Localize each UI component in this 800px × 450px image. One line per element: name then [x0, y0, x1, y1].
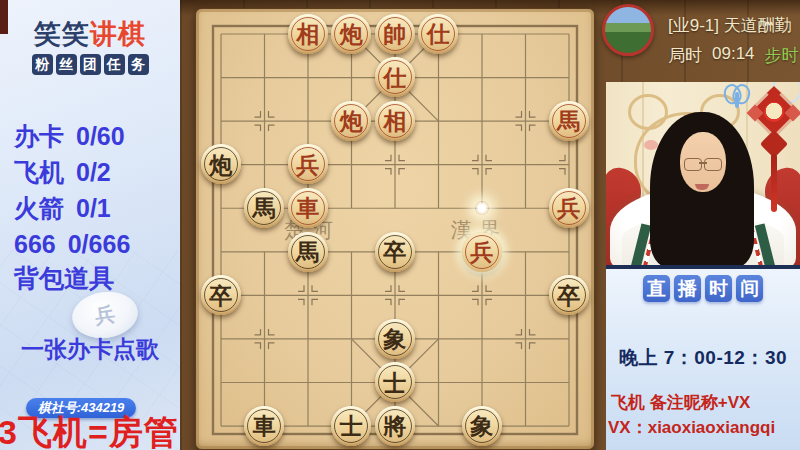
piece-red-車[interactable]: 車	[288, 188, 328, 228]
counter-label: 飞机	[14, 156, 64, 189]
piece-black-士[interactable]: 士	[331, 406, 371, 446]
opponent-name: [业9-1] 天道酬勤	[668, 14, 792, 37]
live-time-badge-char: 时	[705, 275, 732, 302]
backpack-items-label: 背包道具	[14, 262, 114, 295]
piece-red-兵[interactable]: 兵	[549, 188, 589, 228]
moderator-promo-line: 3飞机=房管	[0, 410, 180, 450]
fan-badge-char: 粉	[32, 54, 53, 75]
fan-badge-char: 任	[104, 54, 125, 75]
song-request-line: 一张办卡点歌	[0, 334, 180, 365]
gift-counter-row: 火箭0/1	[14, 190, 130, 226]
counter-value: 0/2	[76, 158, 111, 187]
piece-red-仕[interactable]: 仕	[418, 14, 458, 54]
piece-black-象[interactable]: 象	[462, 406, 502, 446]
live-time-badge-char: 直	[643, 275, 670, 302]
gift-counter-row: 办卡0/60	[14, 118, 130, 154]
opponent-avatar[interactable]	[602, 4, 654, 56]
piece-red-兵[interactable]: 兵	[288, 144, 328, 184]
counter-label: 火箭	[14, 192, 64, 225]
piece-black-車[interactable]: 車	[244, 406, 284, 446]
piece-red-相[interactable]: 相	[375, 101, 415, 141]
webcam-view	[606, 82, 800, 267]
xiangqi-board[interactable]: 楚河漢界 相炮帥仕仕炮相馬兵車兵兵炮馬馬卒卒卒象士車士將象	[195, 8, 595, 450]
chinese-knot-ornament	[752, 88, 796, 238]
piece-black-卒[interactable]: 卒	[375, 232, 415, 272]
left-sidebar: 笑笑讲棋 粉丝团任务 办卡0/60飞机0/2火箭0/16660/666 背包道具…	[0, 0, 180, 450]
live-time-badge-char: 播	[674, 275, 701, 302]
contact-line-1: 飞机 备注昵称+VX	[611, 391, 750, 414]
game-time-label: 局时	[668, 44, 702, 67]
counter-value: 0/666	[68, 230, 131, 259]
piece-red-馬[interactable]: 馬	[549, 101, 589, 141]
stream-screenshot: 笑笑讲棋 粉丝团任务 办卡0/60飞机0/2火箭0/16660/666 背包道具…	[0, 0, 800, 450]
streamer-panel: 直播时间 晚上 7：00-12：30 飞机 备注昵称+VX VX：xiaoxia…	[606, 82, 800, 450]
piece-black-卒[interactable]: 卒	[201, 275, 241, 315]
gift-counter-row: 6660/666	[14, 226, 130, 262]
counter-label: 办卡	[14, 120, 64, 153]
counter-value: 0/60	[76, 122, 125, 151]
piece-red-帥[interactable]: 帥	[375, 14, 415, 54]
fan-badge-char: 团	[80, 54, 101, 75]
fan-badge-char: 丝	[56, 54, 77, 75]
butterfly-doodle	[724, 82, 750, 112]
piece-black-馬[interactable]: 馬	[244, 188, 284, 228]
piece-red-仕[interactable]: 仕	[375, 57, 415, 97]
contact-line-2: VX：xiaoxiaoxiangqi	[608, 416, 775, 439]
fan-club-task-badges: 粉丝团任务	[0, 54, 180, 75]
last-move-sparkle	[475, 201, 489, 215]
logo-primary: 笑笑	[34, 19, 90, 49]
pieces-layer: 相炮帥仕仕炮相馬兵車兵兵炮馬馬卒卒卒象士車士將象	[199, 12, 591, 447]
piece-red-兵[interactable]: 兵	[462, 232, 502, 272]
counter-label: 666	[14, 230, 56, 259]
piece-black-士[interactable]: 士	[375, 362, 415, 402]
logo-accent: 讲棋	[90, 19, 146, 49]
piece-black-馬[interactable]: 馬	[288, 232, 328, 272]
counter-value: 0/1	[76, 194, 111, 223]
live-time-badges: 直播时间	[606, 275, 800, 302]
channel-logo: 笑笑讲棋	[0, 16, 180, 52]
live-time-badge-char: 间	[736, 275, 763, 302]
streamer-glasses	[684, 158, 722, 170]
piece-red-炮[interactable]: 炮	[331, 14, 371, 54]
fan-badge-char: 务	[128, 54, 149, 75]
move-time-label: 步时	[765, 44, 799, 67]
piece-red-相[interactable]: 相	[288, 14, 328, 54]
piece-black-象[interactable]: 象	[375, 319, 415, 359]
piece-black-炮[interactable]: 炮	[201, 144, 241, 184]
game-time-value: 09:14	[712, 44, 755, 67]
gift-counters: 办卡0/60飞机0/2火箭0/16660/666	[14, 118, 130, 262]
piece-black-卒[interactable]: 卒	[549, 275, 589, 315]
opponent-clocks: 局时 09:14 步时	[668, 44, 799, 67]
schedule-time: 晚上 7：00-12：30	[606, 345, 800, 371]
piece-black-將[interactable]: 將	[375, 406, 415, 446]
gift-counter-row: 飞机0/2	[14, 154, 130, 190]
piece-red-炮[interactable]: 炮	[331, 101, 371, 141]
stream-info-section: 直播时间 晚上 7：00-12：30 飞机 备注昵称+VX VX：xiaoxia…	[606, 269, 800, 450]
